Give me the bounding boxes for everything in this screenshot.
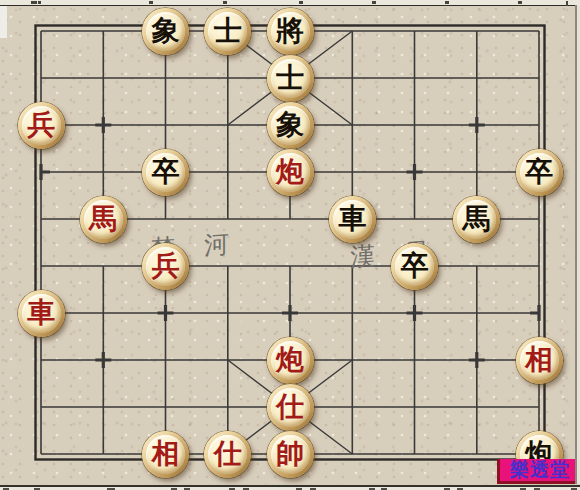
piece-red-elephant[interactable]: 相 bbox=[142, 431, 189, 478]
piece-glyph: 仕 bbox=[208, 435, 247, 474]
piece-black-chariot[interactable]: 車 bbox=[329, 196, 376, 243]
piece-black-soldier[interactable]: 卒 bbox=[391, 243, 438, 290]
piece-red-advisor[interactable]: 仕 bbox=[267, 384, 314, 431]
piece-black-advisor[interactable]: 士 bbox=[204, 8, 251, 55]
piece-glyph: 兵 bbox=[146, 247, 185, 286]
piece-glyph: 車 bbox=[333, 200, 372, 239]
cut-off-text-mark bbox=[149, 1, 153, 4]
piece-glyph: 炮 bbox=[271, 341, 310, 380]
piece-glyph: 馬 bbox=[457, 200, 496, 239]
piece-glyph: 馬 bbox=[84, 200, 123, 239]
cut-off-text-mark bbox=[38, 1, 41, 4]
piece-glyph: 卒 bbox=[146, 153, 185, 192]
piece-glyph: 卒 bbox=[395, 247, 434, 286]
piece-red-cannon[interactable]: 炮 bbox=[267, 337, 314, 384]
piece-glyph: 相 bbox=[146, 435, 185, 474]
cut-off-text-mark bbox=[566, 1, 568, 6]
xiangqi-app-window: 楚河 漢界 象士將士兵象卒炮卒馬車馬兵卒車炮相仕相仕帥炮 樂透堂 bbox=[0, 0, 580, 490]
piece-red-elephant[interactable]: 相 bbox=[516, 337, 563, 384]
piece-black-soldier[interactable]: 卒 bbox=[516, 149, 563, 196]
piece-glyph: 象 bbox=[271, 106, 310, 145]
window-bottom-edge bbox=[0, 485, 580, 490]
piece-glyph: 象 bbox=[146, 12, 185, 51]
window-top-edge bbox=[0, 0, 580, 6]
piece-red-soldier[interactable]: 兵 bbox=[18, 102, 65, 149]
cut-off-text-mark bbox=[31, 1, 37, 4]
piece-black-horse[interactable]: 馬 bbox=[453, 196, 500, 243]
piece-glyph: 帥 bbox=[271, 435, 310, 474]
piece-black-advisor[interactable]: 士 bbox=[267, 55, 314, 102]
piece-glyph: 兵 bbox=[22, 106, 61, 145]
piece-glyph: 士 bbox=[208, 12, 247, 51]
cut-off-text-mark bbox=[445, 1, 449, 4]
piece-glyph: 仕 bbox=[271, 388, 310, 427]
piece-red-horse[interactable]: 馬 bbox=[80, 196, 127, 243]
piece-glyph: 卒 bbox=[520, 153, 559, 192]
piece-glyph: 相 bbox=[520, 341, 559, 380]
piece-red-cannon[interactable]: 炮 bbox=[267, 149, 314, 196]
piece-layer: 象士將士兵象卒炮卒馬車馬兵卒車炮相仕相仕帥炮 bbox=[0, 0, 580, 490]
piece-black-elephant[interactable]: 象 bbox=[142, 8, 189, 55]
cut-off-text-mark bbox=[223, 1, 227, 4]
piece-glyph: 將 bbox=[271, 12, 310, 51]
piece-glyph: 炮 bbox=[271, 153, 310, 192]
piece-black-general[interactable]: 將 bbox=[267, 8, 314, 55]
cut-off-text-mark bbox=[372, 1, 376, 4]
piece-glyph: 士 bbox=[271, 59, 310, 98]
watermark: 樂透堂 bbox=[497, 459, 580, 484]
piece-red-general[interactable]: 帥 bbox=[267, 431, 314, 478]
piece-red-soldier[interactable]: 兵 bbox=[142, 243, 189, 290]
cut-off-text-mark bbox=[299, 1, 303, 4]
piece-glyph: 車 bbox=[22, 294, 61, 333]
piece-black-elephant[interactable]: 象 bbox=[267, 102, 314, 149]
piece-black-soldier[interactable]: 卒 bbox=[142, 149, 189, 196]
piece-red-chariot[interactable]: 車 bbox=[18, 290, 65, 337]
cut-off-text-mark bbox=[518, 1, 522, 4]
piece-red-advisor[interactable]: 仕 bbox=[204, 431, 251, 478]
